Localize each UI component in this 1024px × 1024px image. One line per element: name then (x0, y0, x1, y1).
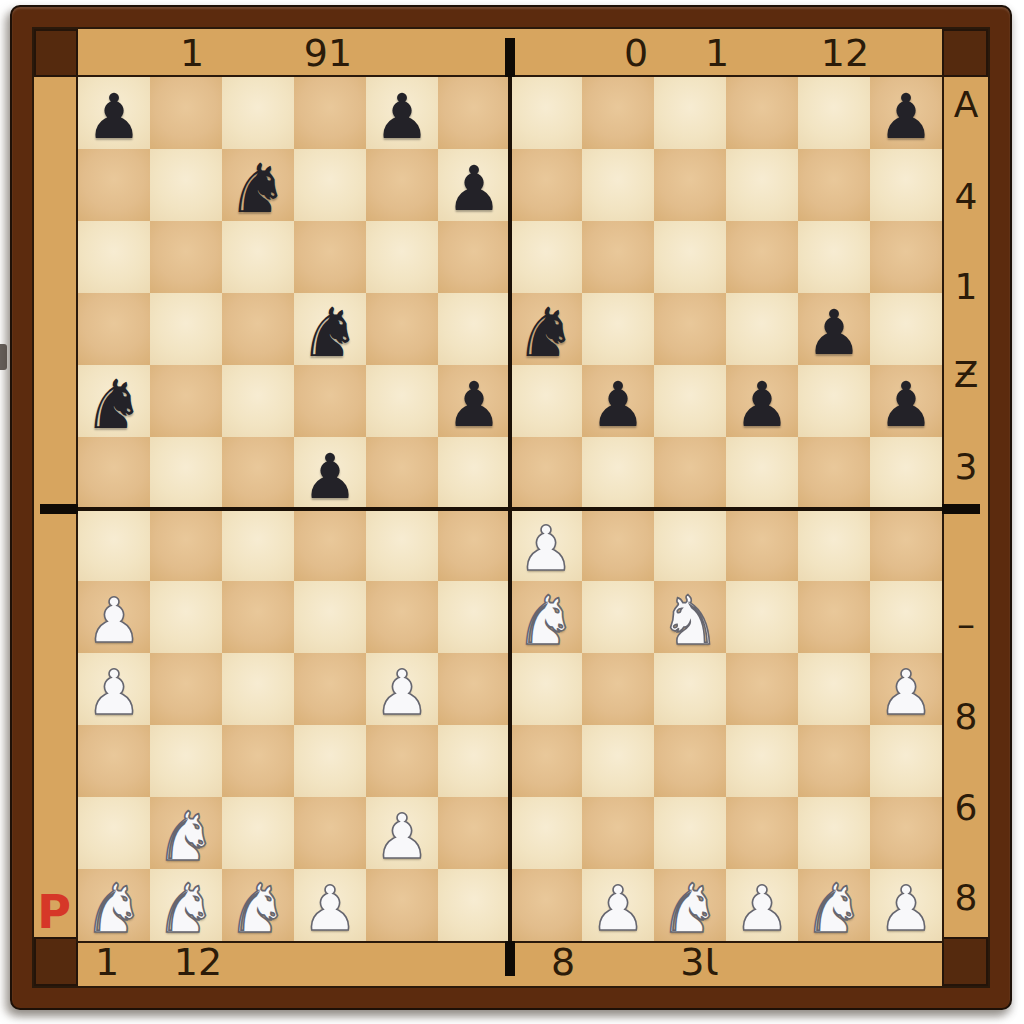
board-square[interactable]: ♞ (150, 869, 222, 941)
black-pawn[interactable]: ♟ (726, 365, 798, 437)
board-square[interactable] (510, 653, 582, 725)
board-square[interactable] (222, 797, 294, 869)
board-square[interactable]: ♟ (726, 365, 798, 437)
black-pawn[interactable]: ♟ (78, 77, 150, 149)
board-square[interactable] (294, 365, 366, 437)
board-square[interactable] (366, 293, 438, 365)
board-square[interactable]: ♞ (510, 293, 582, 365)
board-square[interactable] (870, 437, 942, 509)
board-square[interactable] (150, 365, 222, 437)
board-square[interactable] (726, 797, 798, 869)
board-square[interactable]: ♟ (870, 77, 942, 149)
board-square[interactable] (222, 437, 294, 509)
board-square[interactable] (438, 437, 510, 509)
corner-block-bottom-left (34, 937, 78, 986)
board-square[interactable] (366, 365, 438, 437)
board-square[interactable]: ♟ (870, 365, 942, 437)
top-band-label: 1 (705, 34, 729, 72)
board-square[interactable] (726, 77, 798, 149)
board-square[interactable]: ♞ (294, 293, 366, 365)
right-band-label: 3 (955, 448, 978, 486)
board-square[interactable] (870, 293, 942, 365)
divider-tick-top (505, 38, 515, 77)
board-square[interactable] (438, 293, 510, 365)
board-square[interactable] (294, 581, 366, 653)
divider-tick-right (942, 504, 980, 514)
board-square[interactable] (798, 509, 870, 581)
white-pawn[interactable]: ♟ (366, 653, 438, 725)
board-square[interactable] (366, 869, 438, 941)
board-square[interactable] (654, 221, 726, 293)
board-square[interactable] (798, 653, 870, 725)
white-pawn[interactable]: ♟ (510, 509, 582, 581)
board-square[interactable] (78, 509, 150, 581)
black-knight[interactable]: ♞ (78, 365, 150, 437)
board-square[interactable] (150, 725, 222, 797)
board-square[interactable]: ♟ (78, 77, 150, 149)
board-square[interactable] (150, 77, 222, 149)
board-square[interactable] (366, 149, 438, 221)
board-square[interactable] (654, 77, 726, 149)
board-square[interactable]: ♟ (366, 653, 438, 725)
board-square[interactable] (510, 221, 582, 293)
board-square[interactable] (726, 725, 798, 797)
board-square[interactable] (294, 725, 366, 797)
board-square[interactable]: ♞ (654, 581, 726, 653)
board-square[interactable]: ♟ (294, 437, 366, 509)
board-square[interactable] (798, 149, 870, 221)
board-square[interactable] (150, 149, 222, 221)
board-square[interactable] (438, 797, 510, 869)
board-square[interactable]: ♞ (150, 797, 222, 869)
board-square[interactable] (870, 797, 942, 869)
board-square[interactable]: ♟ (294, 869, 366, 941)
board-square[interactable] (78, 797, 150, 869)
board-square[interactable] (870, 509, 942, 581)
board-square[interactable]: ♞ (78, 869, 150, 941)
white-pawn[interactable]: ♟ (294, 869, 366, 941)
white-pawn[interactable]: ♟ (78, 653, 150, 725)
board-square[interactable] (726, 581, 798, 653)
board-square[interactable] (726, 653, 798, 725)
white-pawn[interactable]: ♟ (366, 797, 438, 869)
board-square[interactable] (294, 77, 366, 149)
board-square[interactable]: ♟ (78, 581, 150, 653)
board-square[interactable] (582, 653, 654, 725)
board-square[interactable] (798, 437, 870, 509)
board-square[interactable]: ♟ (870, 869, 942, 941)
board-square[interactable] (150, 221, 222, 293)
board-square[interactable] (726, 509, 798, 581)
board-square[interactable] (438, 653, 510, 725)
board-square[interactable] (438, 869, 510, 941)
board-square[interactable] (294, 509, 366, 581)
board-square[interactable] (870, 581, 942, 653)
board-square[interactable]: ♟ (366, 77, 438, 149)
board-square[interactable] (798, 77, 870, 149)
board-square[interactable] (78, 725, 150, 797)
board-square[interactable] (582, 797, 654, 869)
board-square[interactable] (870, 149, 942, 221)
board-square[interactable] (78, 437, 150, 509)
board-square[interactable] (294, 221, 366, 293)
board-square[interactable]: ♞ (78, 365, 150, 437)
left-band-label: P (37, 893, 71, 931)
board-square[interactable] (366, 221, 438, 293)
board-square[interactable] (798, 365, 870, 437)
board-square[interactable] (438, 509, 510, 581)
black-pawn[interactable]: ♟ (366, 77, 438, 149)
board-square[interactable] (510, 869, 582, 941)
board-square[interactable] (150, 509, 222, 581)
board-square[interactable] (582, 221, 654, 293)
board-square[interactable] (726, 149, 798, 221)
white-knight[interactable]: ♞ (150, 869, 222, 941)
white-knight[interactable]: ♞ (150, 797, 222, 869)
white-knight[interactable]: ♞ (222, 869, 294, 941)
board-square[interactable] (726, 293, 798, 365)
right-band-label: 1 (955, 268, 978, 306)
top-band-label: 91 (304, 34, 352, 72)
right-band-label: Ƶ (954, 356, 979, 394)
board-square[interactable] (438, 725, 510, 797)
board-square[interactable] (726, 221, 798, 293)
board-square[interactable]: ♟ (582, 869, 654, 941)
board-square[interactable] (654, 149, 726, 221)
board-square[interactable]: ♟ (366, 797, 438, 869)
board-square[interactable] (654, 725, 726, 797)
board-square[interactable]: ♟ (798, 293, 870, 365)
white-knight[interactable]: ♞ (798, 869, 870, 941)
scan-artifact-mark (0, 344, 7, 370)
bottom-band-label: 8 (551, 943, 575, 981)
board-square[interactable] (222, 725, 294, 797)
board-square[interactable] (366, 725, 438, 797)
board-square[interactable] (294, 797, 366, 869)
board-square[interactable] (654, 653, 726, 725)
board-square[interactable] (222, 293, 294, 365)
white-pawn[interactable]: ♟ (870, 653, 942, 725)
board-square[interactable] (654, 365, 726, 437)
board-square[interactable] (510, 77, 582, 149)
board-square[interactable] (798, 725, 870, 797)
board-square[interactable] (78, 293, 150, 365)
divider-tick-left (40, 504, 78, 514)
right-band-label: A (954, 86, 979, 124)
board-square[interactable] (654, 797, 726, 869)
board-square[interactable] (222, 365, 294, 437)
right-band-label: – (957, 606, 975, 644)
white-pawn[interactable]: ♟ (582, 869, 654, 941)
board-square[interactable] (222, 509, 294, 581)
board-square[interactable]: ♟ (870, 653, 942, 725)
board-square[interactable] (150, 581, 222, 653)
board-square[interactable] (798, 581, 870, 653)
board-square[interactable] (222, 221, 294, 293)
board-square[interactable] (222, 77, 294, 149)
board-square[interactable] (798, 797, 870, 869)
board-square[interactable]: ♟ (438, 149, 510, 221)
white-knight[interactable]: ♞ (654, 581, 726, 653)
white-pawn[interactable]: ♟ (78, 581, 150, 653)
board-square[interactable]: ♞ (222, 149, 294, 221)
right-band-label: 8 (955, 879, 978, 917)
board-square[interactable] (222, 581, 294, 653)
board-square[interactable] (510, 149, 582, 221)
bottom-band-label: 3Ɩ (680, 943, 718, 981)
board-square[interactable]: ♞ (654, 869, 726, 941)
black-knight[interactable]: ♞ (510, 293, 582, 365)
board-square[interactable] (654, 293, 726, 365)
board-square[interactable] (438, 77, 510, 149)
board-square[interactable] (870, 725, 942, 797)
board-square[interactable] (582, 293, 654, 365)
white-knight[interactable]: ♞ (654, 869, 726, 941)
right-band-label: 6 (955, 789, 978, 827)
top-band-label: 0 (624, 34, 648, 72)
board-square[interactable] (582, 725, 654, 797)
board-square[interactable] (150, 653, 222, 725)
board-square[interactable]: ♟ (510, 509, 582, 581)
board-square[interactable]: ♞ (798, 869, 870, 941)
board-square[interactable] (582, 581, 654, 653)
black-pawn[interactable]: ♟ (870, 365, 942, 437)
board-square[interactable] (78, 149, 150, 221)
right-band-label: 4 (955, 178, 978, 216)
white-pawn[interactable]: ♟ (726, 869, 798, 941)
black-pawn[interactable]: ♟ (870, 77, 942, 149)
photo-background: ♟♟♟♞♟♞♞♟♞♟♟♟♟♟♟♟♞♞♟♟♟♞♟♞♞♞♟♟♞♟♞♟ 1910112… (0, 0, 1024, 1024)
right-band-label: 8 (955, 698, 978, 736)
board-square[interactable] (294, 653, 366, 725)
board-square[interactable] (582, 437, 654, 509)
board-square[interactable] (222, 653, 294, 725)
black-pawn[interactable]: ♟ (582, 365, 654, 437)
corner-block-top-left (34, 29, 78, 77)
black-pawn[interactable]: ♟ (294, 437, 366, 509)
board-square[interactable] (510, 725, 582, 797)
board-square[interactable]: ♞ (222, 869, 294, 941)
board-square[interactable] (582, 77, 654, 149)
white-knight[interactable]: ♞ (510, 581, 582, 653)
board-square[interactable] (510, 797, 582, 869)
bottom-band-label: 12 (174, 943, 222, 981)
board-square[interactable] (870, 221, 942, 293)
board-square[interactable] (654, 509, 726, 581)
board-square[interactable]: ♟ (438, 365, 510, 437)
black-knight[interactable]: ♞ (222, 149, 294, 221)
white-pawn[interactable]: ♟ (870, 869, 942, 941)
black-pawn[interactable]: ♟ (798, 293, 870, 365)
board-square[interactable] (438, 221, 510, 293)
board-square[interactable] (294, 149, 366, 221)
board-square[interactable]: ♟ (582, 365, 654, 437)
board-square[interactable]: ♟ (726, 869, 798, 941)
board-square[interactable] (582, 509, 654, 581)
corner-block-bottom-right (942, 937, 988, 986)
board-square[interactable] (798, 221, 870, 293)
board-square[interactable] (726, 437, 798, 509)
board-square[interactable]: ♟ (78, 653, 150, 725)
board-square[interactable] (438, 581, 510, 653)
board-square[interactable] (150, 437, 222, 509)
corner-block-top-right (942, 29, 988, 77)
black-pawn[interactable]: ♟ (438, 149, 510, 221)
board-square[interactable]: ♞ (510, 581, 582, 653)
board-square[interactable] (150, 293, 222, 365)
board-square[interactable] (366, 437, 438, 509)
board-square[interactable] (510, 365, 582, 437)
board-square[interactable] (510, 437, 582, 509)
board-square[interactable] (654, 437, 726, 509)
black-knight[interactable]: ♞ (294, 293, 366, 365)
black-pawn[interactable]: ♟ (438, 365, 510, 437)
divider-tick-bottom (505, 941, 515, 976)
board-square[interactable] (366, 581, 438, 653)
bottom-band-label: 1 (95, 943, 119, 981)
board-square[interactable] (78, 221, 150, 293)
board-square[interactable] (582, 149, 654, 221)
top-band-label: 12 (821, 34, 869, 72)
top-band-label: 1 (180, 34, 204, 72)
white-knight[interactable]: ♞ (78, 869, 150, 941)
board-square[interactable] (366, 509, 438, 581)
